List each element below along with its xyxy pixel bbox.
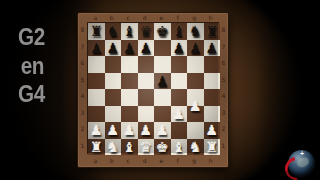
rank-label-5: 5 bbox=[222, 77, 226, 83]
rank-label-5: 5 bbox=[81, 77, 85, 83]
logo-red-swoosh bbox=[280, 152, 312, 180]
rank-label-1: 1 bbox=[222, 143, 226, 149]
white-piece-d1[interactable]: ♛ bbox=[138, 139, 155, 156]
logo-star-mark: + bbox=[300, 150, 304, 157]
white-piece-f1[interactable]: ♝ bbox=[171, 139, 188, 156]
frame-corner bbox=[78, 154, 87, 167]
square-a3[interactable] bbox=[88, 106, 105, 123]
square-f2[interactable] bbox=[171, 122, 188, 139]
white-piece-c1[interactable]: ♝ bbox=[121, 139, 138, 156]
white-piece-a1[interactable]: ♜ bbox=[88, 139, 105, 156]
square-d6[interactable] bbox=[138, 56, 155, 73]
black-piece-c7[interactable]: ♟ bbox=[121, 40, 138, 57]
rank-label-3: 3 bbox=[81, 110, 85, 116]
rank-label-1: 1 bbox=[81, 143, 85, 149]
square-f6[interactable] bbox=[171, 56, 188, 73]
caption: G2 en G4 bbox=[18, 26, 59, 106]
rank-label-4: 4 bbox=[81, 93, 85, 99]
square-d7[interactable]: ♟ bbox=[138, 40, 155, 57]
file-label-a: a bbox=[87, 158, 104, 164]
rank-label-7: 7 bbox=[222, 44, 226, 50]
square-e8[interactable]: ♚ bbox=[154, 23, 171, 40]
black-piece-g7[interactable]: ♟ bbox=[187, 40, 204, 57]
square-e6[interactable] bbox=[154, 56, 171, 73]
square-g5[interactable] bbox=[187, 73, 204, 90]
square-d2[interactable]: ♟ bbox=[138, 122, 155, 139]
square-a1[interactable]: ♜ bbox=[88, 139, 105, 156]
square-c8[interactable]: ♝ bbox=[121, 23, 138, 40]
square-c2[interactable]: ♟ bbox=[121, 122, 138, 139]
black-piece-f7[interactable]: ♟ bbox=[171, 40, 188, 57]
white-piece-d2[interactable]: ♟ bbox=[138, 122, 155, 139]
square-a6[interactable] bbox=[88, 56, 105, 73]
square-c7[interactable]: ♟ bbox=[121, 40, 138, 57]
square-b7[interactable]: ♟ bbox=[105, 40, 122, 57]
black-piece-a7[interactable]: ♟ bbox=[88, 40, 105, 57]
caption-line-1: G2 bbox=[18, 26, 59, 49]
square-f5[interactable] bbox=[171, 73, 188, 90]
square-d8[interactable]: ♛ bbox=[138, 23, 155, 40]
square-b3[interactable] bbox=[105, 106, 122, 123]
square-a7[interactable]: ♟ bbox=[88, 40, 105, 57]
square-b2[interactable]: ♟ bbox=[105, 122, 122, 139]
square-d3[interactable] bbox=[138, 106, 155, 123]
square-h6[interactable] bbox=[204, 56, 221, 73]
rank-label-6: 6 bbox=[81, 60, 85, 66]
rank-label-8: 8 bbox=[81, 27, 85, 33]
file-label-e: e bbox=[153, 158, 170, 164]
rank-label-6: 6 bbox=[222, 60, 226, 66]
square-e1[interactable]: ♚ bbox=[154, 139, 171, 156]
square-a4[interactable] bbox=[88, 89, 105, 106]
square-b4[interactable] bbox=[105, 89, 122, 106]
square-d5[interactable] bbox=[138, 73, 155, 90]
square-c6[interactable] bbox=[121, 56, 138, 73]
rank-label-4: 4 bbox=[222, 93, 226, 99]
square-f7[interactable]: ♟ bbox=[171, 40, 188, 57]
file-label-g: g bbox=[186, 158, 203, 164]
black-piece-h7[interactable]: ♟ bbox=[204, 40, 221, 57]
square-d1[interactable]: ♛ bbox=[138, 139, 155, 156]
file-label-a: a bbox=[87, 15, 104, 21]
square-h1[interactable]: ♜ bbox=[204, 139, 221, 156]
black-piece-b7[interactable]: ♟ bbox=[105, 40, 122, 57]
square-c3[interactable] bbox=[121, 106, 138, 123]
square-e5[interactable]: ♟ bbox=[154, 73, 171, 90]
square-b8[interactable]: ♞ bbox=[105, 23, 122, 40]
caption-line-2: en bbox=[21, 55, 60, 78]
square-e3[interactable] bbox=[154, 106, 171, 123]
file-label-b: b bbox=[104, 158, 121, 164]
black-piece-e5[interactable]: ♟ bbox=[154, 73, 171, 90]
black-piece-b8[interactable]: ♞ bbox=[105, 23, 122, 40]
file-label-e: e bbox=[153, 15, 170, 21]
square-a8[interactable]: ♜ bbox=[88, 23, 105, 40]
square-d4[interactable] bbox=[138, 89, 155, 106]
square-e4[interactable] bbox=[154, 89, 171, 106]
file-labels-top: abcdefgh bbox=[87, 13, 219, 22]
white-piece-h1[interactable]: ♜ bbox=[204, 139, 221, 156]
rank-label-2: 2 bbox=[81, 126, 85, 132]
square-c4[interactable] bbox=[121, 89, 138, 106]
white-piece-b1[interactable]: ♞ bbox=[105, 139, 122, 156]
square-c1[interactable]: ♝ bbox=[121, 139, 138, 156]
black-piece-a8[interactable]: ♜ bbox=[88, 23, 105, 40]
caption-line-3: G4 bbox=[18, 83, 59, 106]
white-piece-g4[interactable]: ♟ bbox=[187, 98, 204, 115]
file-label-g: g bbox=[186, 15, 203, 21]
file-label-d: d bbox=[137, 15, 154, 21]
frame-corner bbox=[78, 13, 87, 22]
rank-label-2: 2 bbox=[222, 126, 226, 132]
square-b5[interactable] bbox=[105, 73, 122, 90]
file-labels-bottom: abcdefgh bbox=[87, 154, 219, 167]
file-label-c: c bbox=[120, 158, 137, 164]
square-g6[interactable] bbox=[187, 56, 204, 73]
file-label-h: h bbox=[203, 158, 220, 164]
square-h4[interactable] bbox=[204, 89, 221, 106]
square-c5[interactable] bbox=[121, 73, 138, 90]
square-g4[interactable]: ♟ bbox=[187, 89, 204, 106]
file-label-d: d bbox=[137, 158, 154, 164]
chess-board: abcdefgh 87654321 ♜♞♝♛♚♝♞♜♟♟♟♟♟♟♟♟♟♟♟♟♟♟… bbox=[77, 12, 229, 168]
file-label-h: h bbox=[203, 15, 220, 21]
white-piece-f3[interactable]: ♟ bbox=[171, 106, 188, 123]
square-h3[interactable] bbox=[204, 106, 221, 123]
black-piece-f8[interactable]: ♝ bbox=[171, 23, 188, 40]
black-piece-c8[interactable]: ♝ bbox=[121, 23, 138, 40]
square-f8[interactable]: ♝ bbox=[171, 23, 188, 40]
globe-logo: + bbox=[288, 150, 315, 177]
black-piece-d8[interactable]: ♛ bbox=[138, 23, 155, 40]
square-e7[interactable] bbox=[154, 40, 171, 57]
square-h7[interactable]: ♟ bbox=[204, 40, 221, 57]
rank-labels-left: 87654321 bbox=[78, 22, 87, 154]
black-piece-g8[interactable]: ♞ bbox=[187, 23, 204, 40]
file-label-b: b bbox=[104, 15, 121, 21]
black-piece-e8[interactable]: ♚ bbox=[154, 23, 171, 40]
square-b6[interactable] bbox=[105, 56, 122, 73]
square-g2[interactable] bbox=[187, 122, 204, 139]
board-grid: ♜♞♝♛♚♝♞♜♟♟♟♟♟♟♟♟♟♟♟♟♟♟♟♟♜♞♝♛♚♝♞♜ bbox=[87, 22, 219, 154]
white-piece-b2[interactable]: ♟ bbox=[105, 122, 122, 139]
black-piece-d7[interactable]: ♟ bbox=[138, 40, 155, 57]
rank-label-3: 3 bbox=[222, 110, 226, 116]
file-label-f: f bbox=[170, 158, 187, 164]
square-e2[interactable]: ♟ bbox=[154, 122, 171, 139]
black-piece-h8[interactable]: ♜ bbox=[204, 23, 221, 40]
white-piece-c2[interactable]: ♟ bbox=[121, 122, 138, 139]
square-f4[interactable] bbox=[171, 89, 188, 106]
rank-label-7: 7 bbox=[81, 44, 85, 50]
square-f1[interactable]: ♝ bbox=[171, 139, 188, 156]
white-piece-a2[interactable]: ♟ bbox=[88, 122, 105, 139]
square-h8[interactable]: ♜ bbox=[204, 23, 221, 40]
white-piece-g1[interactable]: ♞ bbox=[187, 139, 204, 156]
file-label-c: c bbox=[120, 15, 137, 21]
video-frame: G2 en G4 abcdefgh 87654321 ♜♞♝♛♚♝♞♜♟♟♟♟♟… bbox=[0, 0, 320, 180]
square-g7[interactable]: ♟ bbox=[187, 40, 204, 57]
square-f3[interactable]: ♟ bbox=[171, 106, 188, 123]
square-a2[interactable]: ♟ bbox=[88, 122, 105, 139]
square-a5[interactable] bbox=[88, 73, 105, 90]
square-g8[interactable]: ♞ bbox=[187, 23, 204, 40]
square-h5[interactable] bbox=[204, 73, 221, 90]
frame-corner bbox=[219, 13, 228, 22]
white-piece-e1[interactable]: ♚ bbox=[154, 139, 171, 156]
frame-corner bbox=[219, 154, 228, 167]
rank-labels-right: 87654321 bbox=[219, 22, 228, 154]
square-b1[interactable]: ♞ bbox=[105, 139, 122, 156]
square-h2[interactable]: ♟ bbox=[204, 122, 221, 139]
rank-label-8: 8 bbox=[222, 27, 226, 33]
square-g1[interactable]: ♞ bbox=[187, 139, 204, 156]
white-piece-h2[interactable]: ♟ bbox=[204, 122, 221, 139]
white-piece-e2[interactable]: ♟ bbox=[154, 122, 171, 139]
file-label-f: f bbox=[170, 15, 187, 21]
